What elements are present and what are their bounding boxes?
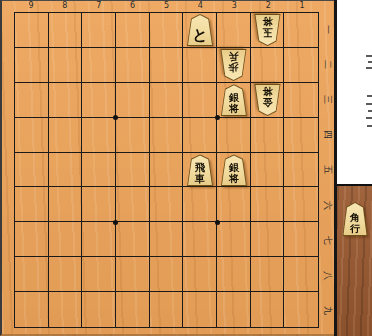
board-square[interactable] — [183, 222, 217, 257]
piece-kanji: 将 — [263, 86, 273, 97]
piece-silver-sente[interactable]: 銀将 — [220, 84, 247, 116]
piece-kanji: 将 — [229, 104, 239, 115]
board-square[interactable] — [116, 118, 150, 153]
rank-label: 七 — [319, 223, 335, 258]
board-square[interactable] — [217, 292, 251, 327]
rank-label: 五 — [319, 152, 335, 187]
file-label: 6 — [116, 1, 150, 12]
board-square[interactable] — [251, 153, 285, 188]
board-square[interactable] — [217, 257, 251, 292]
board-square[interactable] — [49, 257, 83, 292]
piece-kanji: と — [192, 27, 207, 44]
board-square[interactable] — [116, 83, 150, 118]
board-square[interactable] — [150, 292, 184, 327]
star-point — [215, 115, 220, 120]
piece-kanji: 将 — [229, 174, 239, 185]
board-square[interactable] — [49, 153, 83, 188]
board-square[interactable] — [284, 83, 318, 118]
piece-bishop-sente[interactable]: 角行 — [342, 202, 368, 236]
board-square[interactable] — [251, 118, 285, 153]
board-square[interactable] — [251, 292, 285, 327]
board-square[interactable] — [49, 83, 83, 118]
board-grid — [14, 12, 319, 328]
board-square[interactable] — [183, 48, 217, 83]
piece-kanji: 歩 — [229, 62, 239, 73]
board-square[interactable] — [150, 222, 184, 257]
piece-silver-sente[interactable]: 銀将 — [220, 154, 247, 186]
board-square[interactable] — [49, 222, 83, 257]
file-label: 3 — [217, 1, 251, 12]
board-square[interactable] — [116, 257, 150, 292]
board-square[interactable] — [150, 118, 184, 153]
board-square[interactable] — [150, 48, 184, 83]
board-square[interactable] — [49, 48, 83, 83]
star-point — [215, 220, 220, 225]
board-square[interactable] — [82, 257, 116, 292]
piece-kanji: 将 — [263, 16, 273, 27]
board-square[interactable] — [284, 187, 318, 222]
board-square[interactable] — [284, 13, 318, 48]
clipped-text-fragment — [366, 55, 372, 57]
piece-kanji: 玉 — [263, 27, 273, 38]
board-square[interactable] — [82, 187, 116, 222]
board-square[interactable] — [15, 153, 49, 188]
board-square[interactable] — [116, 48, 150, 83]
board-square[interactable] — [82, 222, 116, 257]
board-square[interactable] — [49, 13, 83, 48]
board-square[interactable] — [49, 118, 83, 153]
board-square[interactable] — [150, 153, 184, 188]
rank-label: 二 — [319, 47, 335, 82]
board-square[interactable] — [183, 187, 217, 222]
board-square[interactable] — [15, 48, 49, 83]
board-square[interactable] — [217, 118, 251, 153]
rank-label: 九 — [319, 293, 335, 328]
board-square[interactable] — [150, 83, 184, 118]
board-square[interactable] — [15, 257, 49, 292]
board-square[interactable] — [15, 13, 49, 48]
board-square[interactable] — [217, 187, 251, 222]
clipped-text-fragment — [366, 103, 372, 105]
piece-kanji: 行 — [350, 224, 360, 235]
piece-pawn-gote[interactable]: 歩兵 — [220, 49, 247, 81]
board-square[interactable] — [217, 222, 251, 257]
star-point — [113, 115, 118, 120]
file-label: 9 — [14, 1, 48, 12]
clipped-text-fragment — [366, 117, 372, 119]
board-square[interactable] — [284, 153, 318, 188]
file-label: 5 — [150, 1, 184, 12]
file-label: 8 — [48, 1, 82, 12]
piece-rook-sente[interactable]: 飛車 — [187, 154, 214, 186]
board-square[interactable] — [116, 153, 150, 188]
board-square[interactable] — [116, 222, 150, 257]
shogi-app-window: 987654321 一二三四五六七八九 と玉将歩兵金将銀将飛車銀将 角行 — [0, 0, 372, 336]
board-square[interactable] — [82, 83, 116, 118]
side-panel — [337, 0, 372, 184]
board-square[interactable] — [82, 13, 116, 48]
board-square[interactable] — [183, 292, 217, 327]
board-square[interactable] — [150, 13, 184, 48]
board-square[interactable] — [183, 118, 217, 153]
clipped-text-fragment — [367, 95, 372, 97]
board-square[interactable] — [82, 153, 116, 188]
board-square[interactable] — [284, 292, 318, 327]
rank-label: 八 — [319, 258, 335, 293]
file-label: 1 — [285, 1, 319, 12]
board-square[interactable] — [15, 83, 49, 118]
file-label: 2 — [251, 1, 285, 12]
piece-kanji: 車 — [195, 174, 205, 185]
komadai-sente-hand: 角行 — [337, 184, 372, 336]
rank-label: 六 — [319, 188, 335, 223]
file-labels: 987654321 — [14, 1, 319, 12]
board-square[interactable] — [150, 257, 184, 292]
board-square[interactable] — [116, 13, 150, 48]
rank-label: 一 — [319, 12, 335, 47]
clipped-text-fragment — [368, 110, 372, 112]
clipped-text-fragment — [368, 61, 372, 63]
board-square[interactable] — [251, 222, 285, 257]
piece-kanji: 角 — [350, 213, 360, 224]
rank-label: 四 — [319, 117, 335, 152]
board-square[interactable] — [251, 48, 285, 83]
board-square[interactable] — [183, 83, 217, 118]
piece-kanji: 金 — [263, 97, 273, 108]
board-square[interactable] — [82, 292, 116, 327]
file-label: 4 — [183, 1, 217, 12]
board-square[interactable] — [15, 118, 49, 153]
board-square[interactable] — [15, 292, 49, 327]
board-square[interactable] — [284, 257, 318, 292]
rank-labels: 一二三四五六七八九 — [319, 12, 335, 328]
board-square[interactable] — [251, 257, 285, 292]
shogi-board: 987654321 一二三四五六七八九 と玉将歩兵金将銀将飛車銀将 — [0, 0, 334, 336]
board-square[interactable] — [284, 48, 318, 83]
board-square[interactable] — [284, 118, 318, 153]
clipped-text-fragment — [367, 125, 372, 127]
rank-label: 三 — [319, 82, 335, 117]
board-square[interactable] — [150, 187, 184, 222]
board-square[interactable] — [82, 118, 116, 153]
board-square[interactable] — [15, 187, 49, 222]
board-square[interactable] — [284, 222, 318, 257]
piece-tokin-sente[interactable]: と — [187, 14, 214, 46]
board-square[interactable] — [82, 48, 116, 83]
board-square[interactable] — [183, 257, 217, 292]
piece-kanji: 兵 — [229, 51, 239, 62]
clipped-text-fragment — [366, 67, 372, 69]
board-square[interactable] — [217, 13, 251, 48]
board-square[interactable] — [116, 187, 150, 222]
piece-gold-gote[interactable]: 金将 — [254, 84, 281, 116]
board-square[interactable] — [251, 187, 285, 222]
board-square[interactable] — [49, 187, 83, 222]
board-square[interactable] — [116, 292, 150, 327]
board-square[interactable] — [49, 292, 83, 327]
board-square[interactable] — [15, 222, 49, 257]
piece-king-gote[interactable]: 玉将 — [254, 14, 281, 46]
file-label: 7 — [82, 1, 116, 12]
